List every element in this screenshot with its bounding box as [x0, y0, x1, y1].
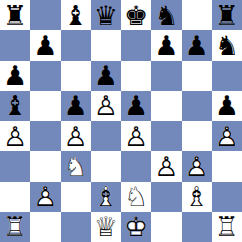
square-c8[interactable]: ♝ [61, 0, 91, 30]
square-e3[interactable] [121, 151, 151, 181]
white-pawn[interactable]: ♙ [212, 121, 242, 151]
square-h3[interactable] [212, 151, 242, 181]
square-c2[interactable] [61, 182, 91, 212]
black-pawn[interactable]: ♟ [30, 30, 60, 60]
square-e1[interactable]: ♚♔ [121, 212, 151, 242]
black-rook[interactable]: ♜ [0, 0, 30, 30]
black-pawn[interactable]: ♟ [121, 91, 151, 121]
square-b1[interactable] [30, 212, 60, 242]
white-rook[interactable]: ♖ [212, 212, 242, 242]
square-g1[interactable] [182, 212, 212, 242]
square-f5[interactable] [151, 91, 181, 121]
black-pawn[interactable]: ♟ [151, 30, 181, 60]
square-b2[interactable]: ♟♙ [30, 182, 60, 212]
square-e8[interactable]: ♚ [121, 0, 151, 30]
square-c5[interactable]: ♟ [61, 91, 91, 121]
square-b3[interactable] [30, 151, 60, 181]
square-a5[interactable]: ♝ [0, 91, 30, 121]
white-bishop-fill: ♝ [182, 182, 212, 212]
white-pawn[interactable]: ♙ [61, 121, 91, 151]
square-h1[interactable]: ♜♖ [212, 212, 242, 242]
square-b6[interactable] [30, 61, 60, 91]
black-pawn[interactable]: ♟ [0, 61, 30, 91]
white-bishop[interactable]: ♗ [182, 182, 212, 212]
white-pawn-fill: ♟ [151, 151, 181, 181]
square-a3[interactable] [0, 151, 30, 181]
black-pawn[interactable]: ♟ [182, 30, 212, 60]
white-queen[interactable]: ♕ [91, 212, 121, 242]
white-bishop-fill: ♝ [91, 182, 121, 212]
square-h4[interactable]: ♟♙ [212, 121, 242, 151]
square-g6[interactable] [182, 61, 212, 91]
square-g5[interactable] [182, 91, 212, 121]
white-pawn-fill: ♟ [182, 151, 212, 181]
white-pawn-fill: ♟ [91, 91, 121, 121]
white-pawn-fill: ♟ [212, 121, 242, 151]
white-pawn-fill: ♟ [0, 121, 30, 151]
square-g4[interactable] [182, 121, 212, 151]
square-c4[interactable]: ♟♙ [61, 121, 91, 151]
square-e7[interactable] [121, 30, 151, 60]
white-knight[interactable]: ♘ [121, 182, 151, 212]
square-a1[interactable]: ♜♖ [0, 212, 30, 242]
square-f7[interactable]: ♟ [151, 30, 181, 60]
square-d5[interactable]: ♟♙ [91, 91, 121, 121]
square-d4[interactable] [91, 121, 121, 151]
white-knight[interactable]: ♘ [61, 151, 91, 181]
white-pawn-fill: ♟ [121, 121, 151, 151]
white-rook-fill: ♜ [0, 212, 30, 242]
black-bishop[interactable]: ♝ [61, 0, 91, 30]
square-c7[interactable] [61, 30, 91, 60]
square-c1[interactable] [61, 212, 91, 242]
square-f8[interactable]: ♞ [151, 0, 181, 30]
black-knight[interactable]: ♞ [151, 0, 181, 30]
square-d7[interactable] [91, 30, 121, 60]
white-bishop[interactable]: ♗ [91, 182, 121, 212]
square-b8[interactable] [30, 0, 60, 30]
square-h5[interactable]: ♟ [212, 91, 242, 121]
square-a8[interactable]: ♜ [0, 0, 30, 30]
square-g7[interactable]: ♟ [182, 30, 212, 60]
black-rook[interactable]: ♜ [212, 0, 242, 30]
square-g8[interactable] [182, 0, 212, 30]
square-g2[interactable]: ♝♗ [182, 182, 212, 212]
white-pawn[interactable]: ♙ [151, 151, 181, 181]
square-a2[interactable] [0, 182, 30, 212]
square-d3[interactable] [91, 151, 121, 181]
square-d2[interactable]: ♝♗ [91, 182, 121, 212]
black-king[interactable]: ♚ [121, 0, 151, 30]
black-pawn[interactable]: ♟ [61, 91, 91, 121]
white-rook[interactable]: ♖ [0, 212, 30, 242]
square-f6[interactable] [151, 61, 181, 91]
square-e4[interactable]: ♟♙ [121, 121, 151, 151]
square-f3[interactable]: ♟♙ [151, 151, 181, 181]
black-pawn[interactable]: ♟ [91, 61, 121, 91]
white-pawn[interactable]: ♙ [121, 121, 151, 151]
square-c6[interactable] [61, 61, 91, 91]
black-queen[interactable]: ♛ [91, 0, 121, 30]
white-queen-fill: ♛ [91, 212, 121, 242]
square-b7[interactable]: ♟ [30, 30, 60, 60]
square-e6[interactable] [121, 61, 151, 91]
square-b4[interactable] [30, 121, 60, 151]
square-f1[interactable] [151, 212, 181, 242]
square-a4[interactable]: ♟♙ [0, 121, 30, 151]
square-h6[interactable] [212, 61, 242, 91]
black-knight[interactable]: ♞ [212, 30, 242, 60]
white-pawn[interactable]: ♙ [182, 151, 212, 181]
square-a6[interactable]: ♟ [0, 61, 30, 91]
white-knight-fill: ♞ [61, 151, 91, 181]
square-h2[interactable] [212, 182, 242, 212]
square-b5[interactable] [30, 91, 60, 121]
white-king[interactable]: ♔ [121, 212, 151, 242]
square-f2[interactable] [151, 182, 181, 212]
square-f4[interactable] [151, 121, 181, 151]
square-d8[interactable]: ♛ [91, 0, 121, 30]
white-knight-fill: ♞ [121, 182, 151, 212]
black-bishop[interactable]: ♝ [0, 91, 30, 121]
white-pawn[interactable]: ♙ [91, 91, 121, 121]
chess-board: ♜♝♛♚♞♜♟♟♟♞♟♟♝♟♟♙♟♟♟♙♟♙♟♙♟♙♞♘♟♙♟♙♟♙♝♗♞♘♝♗… [0, 0, 242, 242]
square-a7[interactable] [0, 30, 30, 60]
white-rook-fill: ♜ [212, 212, 242, 242]
square-e2[interactable]: ♞♘ [121, 182, 151, 212]
square-g3[interactable]: ♟♙ [182, 151, 212, 181]
white-pawn-fill: ♟ [30, 182, 60, 212]
square-d1[interactable]: ♛♕ [91, 212, 121, 242]
white-pawn[interactable]: ♙ [0, 121, 30, 151]
square-h7[interactable]: ♞ [212, 30, 242, 60]
square-d6[interactable]: ♟ [91, 61, 121, 91]
white-pawn-fill: ♟ [61, 121, 91, 151]
square-e5[interactable]: ♟ [121, 91, 151, 121]
square-h8[interactable]: ♜ [212, 0, 242, 30]
black-pawn[interactable]: ♟ [212, 91, 242, 121]
white-king-fill: ♚ [121, 212, 151, 242]
square-c3[interactable]: ♞♘ [61, 151, 91, 181]
white-pawn[interactable]: ♙ [30, 182, 60, 212]
